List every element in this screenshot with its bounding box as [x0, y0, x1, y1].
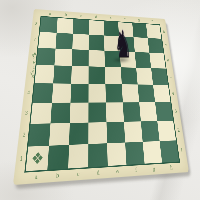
square-c6 [72, 49, 89, 66]
square-f3 [123, 102, 141, 121]
square-e3 [106, 102, 124, 122]
square-h3 [155, 102, 173, 121]
square-b8 [57, 18, 74, 34]
square-h2 [157, 121, 176, 141]
square-a2 [28, 123, 50, 146]
maker-emblem-icon: ❖ [26, 146, 49, 171]
rank-label-left-3: 3 [25, 111, 28, 116]
square-c7 [72, 34, 88, 50]
square-d3 [88, 102, 106, 122]
square-b3 [50, 103, 70, 124]
file-label-bottom-b: b [56, 173, 59, 179]
square-c1 [68, 144, 88, 168]
square-d7 [89, 35, 105, 51]
square-h4 [153, 85, 170, 103]
square-a7 [38, 32, 56, 49]
square-b2 [49, 123, 70, 146]
rank-label-right-1: 1 [180, 148, 183, 153]
square-d5 [89, 66, 106, 84]
file-label-bottom-g: g [152, 166, 155, 171]
rank-label-right-7: 7 [165, 44, 167, 47]
square-e4 [105, 84, 122, 102]
square-h5 [151, 68, 168, 85]
file-label-top-e: e [110, 17, 112, 20]
square-h7 [148, 38, 164, 53]
square-f2 [124, 121, 143, 142]
square-e5 [105, 67, 122, 84]
square-f5 [121, 67, 138, 84]
square-a1: ❖ [26, 146, 49, 171]
square-h1 [160, 140, 179, 162]
file-label-top-c: c [80, 14, 82, 17]
square-f1 [125, 142, 144, 165]
square-f4 [122, 84, 139, 102]
square-d2 [88, 122, 107, 144]
rank-label-right-8: 8 [163, 30, 165, 33]
file-label-top-g: g [138, 19, 140, 22]
rank-label-right-5: 5 [169, 75, 172, 79]
file-label-top-b: b [65, 13, 67, 16]
square-d4 [88, 84, 105, 103]
square-b5 [53, 65, 72, 83]
chess-board-mat: ❖ ♞CHESS aabbccddeeffgghh887766554433221… [13, 9, 189, 185]
rank-label-left-7: 7 [33, 38, 36, 42]
file-label-top-f: f [124, 18, 125, 21]
square-a3 [31, 103, 52, 124]
square-b6 [54, 49, 72, 66]
square-c8 [73, 19, 89, 35]
square-d8 [89, 20, 104, 35]
square-a8 [40, 17, 58, 33]
square-b7 [56, 33, 73, 50]
chess-grid: ❖ [24, 16, 180, 173]
knight-glyph: ♞ [114, 23, 132, 66]
rank-label-left-5: 5 [29, 72, 32, 76]
rank-label-right-6: 6 [167, 59, 169, 62]
file-label-bottom-d: d [97, 170, 100, 176]
square-d1 [88, 143, 107, 167]
rank-label-left-1: 1 [19, 156, 23, 162]
square-d6 [89, 50, 105, 67]
square-e1 [107, 143, 126, 166]
file-label-bottom-a: a [34, 174, 37, 180]
file-label-top-d: d [95, 15, 97, 18]
rank-label-left-6: 6 [31, 54, 34, 58]
rank-label-right-3: 3 [174, 109, 177, 113]
square-c5 [71, 66, 88, 84]
square-h8 [146, 24, 161, 39]
square-b1 [47, 145, 69, 170]
square-a4 [33, 83, 54, 103]
square-h6 [149, 53, 165, 69]
square-c2 [69, 123, 88, 145]
square-a5 [35, 65, 55, 84]
square-c4 [70, 84, 88, 103]
rank-label-left-2: 2 [22, 133, 26, 138]
file-label-bottom-e: e [116, 169, 119, 174]
rank-label-right-4: 4 [172, 91, 175, 95]
square-c3 [70, 103, 89, 123]
black-knight-piece: ♞ [114, 26, 129, 63]
file-label-bottom-f: f [135, 168, 137, 173]
file-label-bottom-h: h [170, 165, 173, 170]
rank-label-left-8: 8 [35, 22, 38, 26]
file-label-top-a: a [49, 12, 51, 15]
file-label-bottom-c: c [77, 171, 80, 177]
square-b4 [52, 83, 71, 102]
square-e2 [106, 122, 125, 144]
rank-label-left-4: 4 [27, 91, 30, 95]
rank-label-right-2: 2 [177, 128, 180, 132]
tabletop-photo: ❖ ♞CHESS aabbccddeeffgghh887766554433221… [0, 0, 200, 200]
square-a6 [37, 48, 56, 66]
file-label-top-h: h [151, 20, 153, 23]
